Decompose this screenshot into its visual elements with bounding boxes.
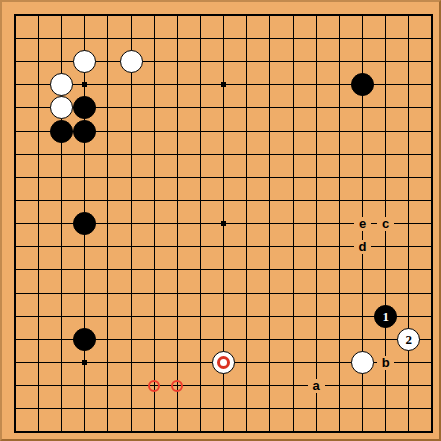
star-point <box>221 82 226 87</box>
label-point-a[interactable]: a <box>308 379 325 393</box>
move-number-label: 2 <box>406 333 413 346</box>
black-stone[interactable] <box>50 120 73 143</box>
move-number-label: 1 <box>382 310 389 323</box>
go-board-diagram: 12ecdba <box>0 0 441 441</box>
white-stone-circle-marked[interactable] <box>212 351 235 374</box>
white-stone[interactable] <box>351 351 374 374</box>
white-stone[interactable] <box>120 50 143 73</box>
label-point-e[interactable]: e <box>354 217 371 231</box>
red-circle-mark-on-stone <box>217 356 230 369</box>
black-stone[interactable] <box>73 120 96 143</box>
black-stone-move-1[interactable]: 1 <box>374 305 397 328</box>
label-point-d[interactable]: d <box>354 240 371 254</box>
label-point-c[interactable]: c <box>377 217 394 231</box>
red-circle-mark-point[interactable] <box>171 380 183 392</box>
star-point <box>221 221 226 226</box>
red-circle-mark-point[interactable] <box>148 380 160 392</box>
black-stone[interactable] <box>73 328 96 351</box>
label-point-b[interactable]: b <box>377 356 394 370</box>
star-point <box>82 360 87 365</box>
star-point <box>82 82 87 87</box>
